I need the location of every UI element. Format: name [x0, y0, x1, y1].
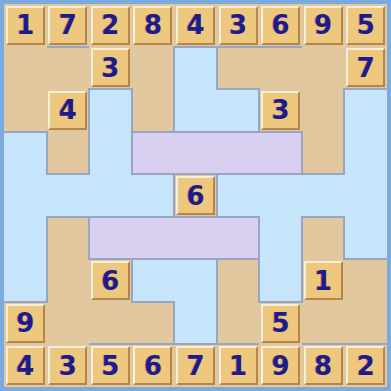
cell-r7c6[interactable]: [217, 259, 260, 302]
region-border-vertical: [343, 131, 345, 176]
region-border-horizontal: [173, 258, 218, 260]
region-border-vertical: [88, 88, 90, 133]
cell-r3c3[interactable]: [89, 89, 132, 132]
playfield: 172843695374366195435671982: [4, 4, 387, 387]
cell-r4c4[interactable]: [132, 132, 175, 175]
cell-r8c6[interactable]: [217, 302, 260, 345]
cell-r5c4[interactable]: [132, 174, 175, 217]
region-border-vertical: [131, 131, 133, 176]
hatch-line-r8c6: [217, 343, 260, 345]
cell-r3c8[interactable]: [302, 89, 345, 132]
region-border-vertical: [173, 46, 175, 91]
region-border-horizontal: [88, 88, 133, 90]
hatch-line-r8c4: [132, 343, 175, 345]
cell-r5c6[interactable]: [217, 174, 260, 217]
region-border-horizontal: [131, 258, 176, 260]
tile-3-r3c7[interactable]: 3: [261, 91, 300, 130]
region-border-vertical: [46, 258, 48, 303]
tile-6-r9c4[interactable]: 6: [133, 346, 172, 385]
cell-r7c7[interactable]: [259, 259, 302, 302]
tile-1-r9c6[interactable]: 1: [219, 346, 258, 385]
hatch-line-r1c5: [174, 46, 217, 48]
tile-9-r9c7[interactable]: 9: [261, 346, 300, 385]
hatch-line-r8c3: [89, 343, 132, 345]
cell-r5c1[interactable]: [4, 174, 47, 217]
tile-2-r9c9[interactable]: 2: [346, 346, 385, 385]
region-border-vertical: [173, 88, 175, 133]
cell-r4c7[interactable]: [259, 132, 302, 175]
cell-r5c8[interactable]: [302, 174, 345, 217]
region-border-horizontal: [173, 131, 218, 133]
region-border-horizontal: [131, 216, 176, 218]
region-border-horizontal: [343, 88, 388, 90]
region-border-horizontal: [216, 173, 261, 175]
region-border-horizontal: [173, 173, 218, 175]
tile-7-r1c2[interactable]: 7: [48, 6, 87, 45]
region-border-vertical: [258, 258, 260, 303]
cell-r4c2[interactable]: [47, 132, 90, 175]
region-border-horizontal: [3, 301, 48, 303]
region-border-horizontal: [46, 216, 91, 218]
tile-6-r1c7[interactable]: 6: [261, 6, 300, 45]
cell-r8c2[interactable]: [47, 302, 90, 345]
cell-r4c1[interactable]: [4, 132, 47, 175]
hatch-line-r1c2: [47, 46, 90, 48]
region-border-horizontal: [131, 173, 176, 175]
region-border-vertical: [301, 258, 303, 303]
cell-r5c7[interactable]: [259, 174, 302, 217]
cell-r8c4[interactable]: [132, 302, 175, 345]
tile-3-r1c6[interactable]: 3: [219, 6, 258, 45]
tile-6-r5c5[interactable]: 6: [176, 176, 215, 215]
region-border-vertical: [131, 88, 133, 133]
cell-r8c8[interactable]: [302, 302, 345, 345]
cell-r3c4[interactable]: [132, 89, 175, 132]
tile-5-r8c7[interactable]: 5: [261, 304, 300, 343]
tile-5-r9c3[interactable]: 5: [91, 346, 130, 385]
region-border-horizontal: [88, 216, 133, 218]
region-border-vertical: [88, 131, 90, 176]
cell-r6c6[interactable]: [217, 217, 260, 260]
cell-r4c8[interactable]: [302, 132, 345, 175]
region-border-horizontal: [131, 131, 176, 133]
region-border-vertical: [216, 301, 218, 346]
region-border-horizontal: [258, 131, 303, 133]
tile-5-r1c9[interactable]: 5: [346, 6, 385, 45]
cell-r5c2[interactable]: [47, 174, 90, 217]
region-border-horizontal: [216, 258, 261, 260]
region-border-vertical: [46, 216, 48, 261]
cell-r8c9[interactable]: [344, 302, 387, 345]
region-border-horizontal: [343, 258, 388, 260]
tile-3-r2c3[interactable]: 3: [91, 48, 130, 87]
cell-r6c5[interactable]: [174, 217, 217, 260]
region-border-horizontal: [301, 216, 346, 218]
hatch-line-r8c8: [302, 343, 345, 345]
cell-r7c1[interactable]: [4, 259, 47, 302]
region-border-vertical: [301, 216, 303, 261]
cell-r5c3[interactable]: [89, 174, 132, 217]
region-border-horizontal: [3, 131, 48, 133]
region-border-horizontal: [301, 173, 346, 175]
region-border-horizontal: [173, 216, 218, 218]
region-border-horizontal: [258, 173, 303, 175]
cell-r6c2[interactable]: [47, 217, 90, 260]
tile-4-r1c5[interactable]: 4: [176, 6, 215, 45]
hatch-line-r1c7: [259, 46, 302, 48]
region-border-horizontal: [88, 258, 133, 260]
region-border-vertical: [301, 131, 303, 176]
cell-r2c2[interactable]: [47, 47, 90, 90]
cell-r2c8[interactable]: [302, 47, 345, 90]
region-border-vertical: [173, 301, 175, 346]
puzzle-board: 172843695374366195435671982: [0, 0, 391, 391]
cell-r4c6[interactable]: [217, 132, 260, 175]
cell-r3c6[interactable]: [217, 89, 260, 132]
cell-r7c5[interactable]: [174, 259, 217, 302]
tile-7-r9c5[interactable]: 7: [176, 346, 215, 385]
region-border-vertical: [131, 258, 133, 303]
region-border-vertical: [216, 173, 218, 218]
cell-r7c2[interactable]: [47, 259, 90, 302]
cell-r6c4[interactable]: [132, 217, 175, 260]
region-border-horizontal: [216, 88, 261, 90]
cell-r4c5[interactable]: [174, 132, 217, 175]
cell-r6c7[interactable]: [259, 217, 302, 260]
tile-9-r8c1[interactable]: 9: [6, 304, 45, 343]
region-border-horizontal: [46, 173, 91, 175]
tile-4-r3c2[interactable]: 4: [48, 91, 87, 130]
region-border-vertical: [216, 258, 218, 303]
cell-r2c5[interactable]: [174, 47, 217, 90]
region-border-vertical: [343, 88, 345, 133]
region-border-horizontal: [258, 301, 303, 303]
cell-r2c7[interactable]: [259, 47, 302, 90]
cell-r3c9[interactable]: [344, 89, 387, 132]
tile-4-r9c1[interactable]: 4: [6, 346, 45, 385]
cell-r2c6[interactable]: [217, 47, 260, 90]
tile-1-r1c1[interactable]: 1: [6, 6, 45, 45]
region-border-vertical: [343, 216, 345, 261]
cell-r6c9[interactable]: [344, 217, 387, 260]
region-border-horizontal: [131, 301, 176, 303]
cell-r2c1[interactable]: [4, 47, 47, 90]
cell-r8c5[interactable]: [174, 302, 217, 345]
cell-r2c4[interactable]: [132, 47, 175, 90]
hatch-line-r8c9: [344, 343, 387, 345]
cell-r5c9[interactable]: [344, 174, 387, 217]
cell-r7c9[interactable]: [344, 259, 387, 302]
tile-9-r1c8[interactable]: 9: [304, 6, 343, 45]
tile-8-r1c4[interactable]: 8: [133, 6, 172, 45]
region-border-vertical: [46, 131, 48, 176]
cell-r4c9[interactable]: [344, 132, 387, 175]
tile-2-r1c3[interactable]: 2: [91, 6, 130, 45]
cell-r8c3[interactable]: [89, 302, 132, 345]
cell-r3c5[interactable]: [174, 89, 217, 132]
region-border-vertical: [88, 216, 90, 261]
cell-r6c1[interactable]: [4, 217, 47, 260]
region-border-vertical: [173, 173, 175, 218]
region-border-horizontal: [216, 216, 261, 218]
cell-r6c8[interactable]: [302, 217, 345, 260]
region-border-vertical: [258, 216, 260, 261]
tile-8-r9c8[interactable]: 8: [304, 346, 343, 385]
cell-r4c3[interactable]: [89, 132, 132, 175]
region-border-vertical: [258, 88, 260, 133]
cell-r3c1[interactable]: [4, 89, 47, 132]
cell-r6c3[interactable]: [89, 217, 132, 260]
tile-3-r9c2[interactable]: 3: [48, 346, 87, 385]
tile-7-r2c9[interactable]: 7: [346, 48, 385, 87]
hatch-line-r1c6: [217, 46, 260, 48]
region-border-vertical: [216, 46, 218, 91]
tile-6-r7c3[interactable]: 6: [91, 261, 130, 300]
tile-1-r7c8[interactable]: 1: [304, 261, 343, 300]
cell-r7c4[interactable]: [132, 259, 175, 302]
hatch-line-r8c5: [174, 343, 217, 345]
region-border-horizontal: [216, 131, 261, 133]
